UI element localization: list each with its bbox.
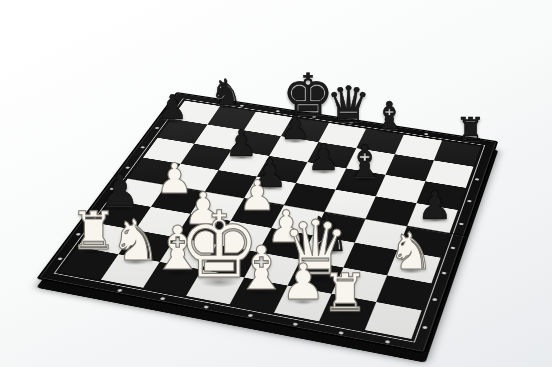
piece-black-rook-h8[interactable]: ♜	[456, 113, 486, 146]
chess-photo-scene: ♞♚♛♝♜♟♟♟♟♝♟♟♟♟♟♞♟♟♞♛♜♞♝♚♝♟♜	[0, 0, 552, 367]
piece-black-queen-e8[interactable]: ♛	[326, 80, 371, 130]
piece-white-rook-g1[interactable]: ♜	[321, 266, 368, 319]
frame-rivet-dot	[117, 289, 123, 292]
piece-white-knight-h3[interactable]: ♞	[388, 226, 434, 277]
frame-rivet-dot	[293, 322, 299, 326]
frame-rivet-dot	[459, 223, 464, 226]
piece-black-pawn-a7[interactable]: ♟	[157, 92, 187, 126]
piece-black-bishop-f6[interactable]: ♝	[345, 140, 385, 185]
frame-rivet-dot	[248, 314, 254, 317]
frame-rivet-dot	[467, 200, 472, 203]
piece-black-pawn-h5[interactable]: ♟	[417, 185, 452, 224]
frame-rivet-dot	[475, 178, 480, 181]
piece-black-pawn-d7[interactable]: ♟	[280, 112, 310, 146]
frame-rivet-dot	[424, 133, 428, 135]
frame-rivet-dot	[160, 297, 166, 300]
piece-white-pawn-f1[interactable]: ♟	[281, 259, 326, 309]
frame-rivet-dot	[432, 298, 437, 301]
piece-black-knight-b8[interactable]: ♞	[210, 74, 242, 110]
piece-black-pawn-e6[interactable]: ♟	[307, 140, 340, 177]
frame-rivet-dot	[442, 272, 447, 275]
frame-rivet-dot	[422, 326, 427, 330]
frame-rivet-dot	[385, 340, 391, 344]
frame-rivet-dot	[450, 246, 455, 249]
frame-rivet-dot	[140, 146, 145, 148]
frame-rivet-dot	[203, 305, 209, 308]
frame-rivet-dot	[338, 331, 344, 335]
frame-rivet-dot	[57, 257, 63, 260]
piece-black-bishop-f8[interactable]: ♝	[372, 97, 406, 135]
